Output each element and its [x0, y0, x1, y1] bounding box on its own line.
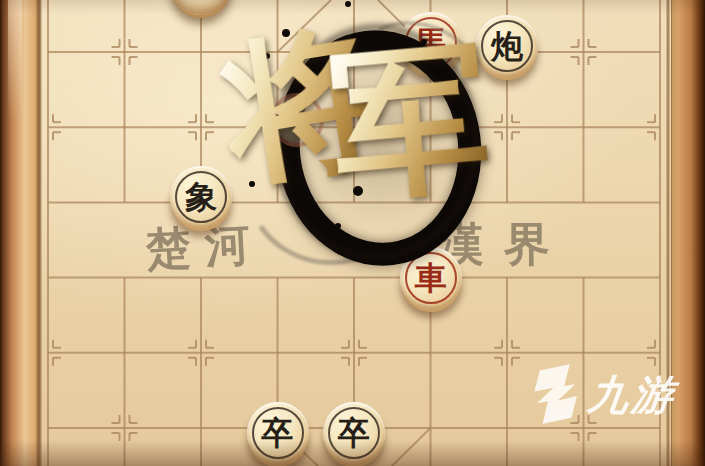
- piece-glyph: 車: [400, 247, 462, 309]
- piece-glyph: 卒: [247, 402, 309, 464]
- piece-red-車[interactable]: 車: [400, 247, 462, 309]
- piece-glyph: 炮: [476, 15, 538, 77]
- piece-black-象[interactable]: 象: [170, 166, 232, 228]
- piece-red-馬[interactable]: 馬: [400, 12, 462, 74]
- board-grid-lines: [0, 0, 705, 466]
- piece-glyph: 卒: [323, 402, 385, 464]
- piece-black-卒[interactable]: 卒: [247, 402, 309, 464]
- piece-black-卒[interactable]: 卒: [323, 402, 385, 464]
- piece-glyph: 象: [170, 166, 232, 228]
- piece-black-炮[interactable]: 炮: [476, 15, 538, 77]
- xiangqi-board[interactable]: 楚河 漢界 馬炮象車卒卒 将 军 九游: [0, 0, 705, 466]
- piece-glyph: 馬: [400, 12, 462, 74]
